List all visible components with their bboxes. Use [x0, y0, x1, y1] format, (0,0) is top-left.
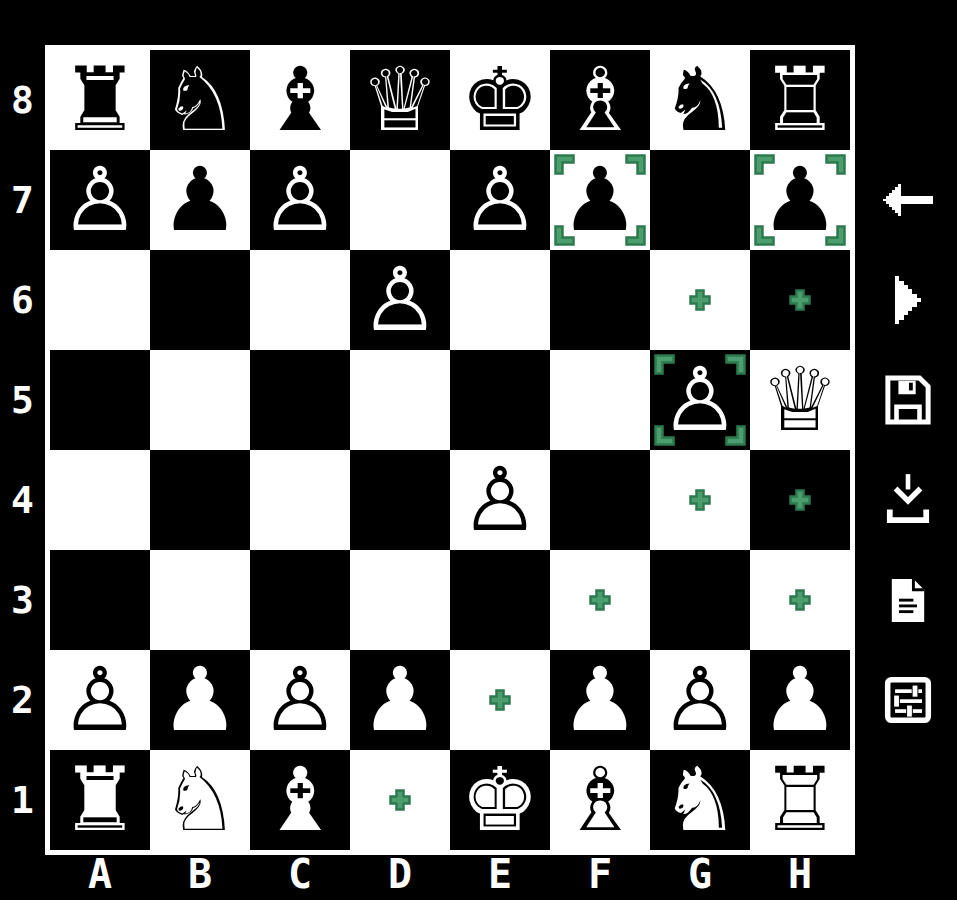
square-e6[interactable] — [450, 250, 550, 350]
square-h2[interactable]: ♟ — [750, 650, 850, 750]
square-a1[interactable]: ♜ — [50, 750, 150, 850]
square-c1[interactable]: ♝ — [250, 750, 350, 850]
white-pawn-b2[interactable]: ♟ — [150, 650, 250, 750]
square-d7[interactable] — [350, 150, 450, 250]
square-h5[interactable]: ♕ — [750, 350, 850, 450]
document-icon — [890, 577, 926, 624]
square-c6[interactable] — [250, 250, 350, 350]
square-b2[interactable]: ♟ — [150, 650, 250, 750]
square-d2[interactable]: ♟ — [350, 650, 450, 750]
white-bishop-c1[interactable]: ♝ — [250, 750, 350, 850]
black-bishop-c8[interactable]: ♝ — [250, 50, 350, 150]
settings-sliders-icon — [883, 676, 933, 724]
file-label-f: F — [550, 851, 650, 897]
square-b5[interactable] — [150, 350, 250, 450]
black-knight-b8[interactable]: ♘ — [150, 50, 250, 150]
square-e5[interactable] — [450, 350, 550, 450]
square-h4[interactable] — [750, 450, 850, 550]
black-rook-h8[interactable]: ♖ — [750, 50, 850, 150]
legal-move-marker — [688, 488, 712, 512]
square-f3[interactable] — [550, 550, 650, 650]
file-label-e: E — [450, 851, 550, 897]
black-pawn-f7[interactable]: ♟ — [550, 150, 650, 250]
square-c4[interactable] — [250, 450, 350, 550]
square-h7[interactable]: ♟ — [750, 150, 850, 250]
square-b7[interactable]: ♟ — [150, 150, 250, 250]
legal-move-marker — [788, 588, 812, 612]
square-g8[interactable]: ♞ — [650, 50, 750, 150]
square-a2[interactable]: ♙ — [50, 650, 150, 750]
file-label-g: G — [650, 851, 750, 897]
square-b6[interactable] — [150, 250, 250, 350]
black-bishop-f8[interactable]: ♗ — [550, 50, 650, 150]
file-labels: ABCDEFGH — [50, 851, 850, 897]
play-icon — [895, 276, 921, 324]
file-label-c: C — [250, 851, 350, 897]
square-e3[interactable] — [450, 550, 550, 650]
square-g6[interactable] — [650, 250, 750, 350]
white-pawn-h2[interactable]: ♟ — [750, 650, 850, 750]
square-a7[interactable]: ♙ — [50, 150, 150, 250]
settings-sliders-button[interactable] — [878, 650, 938, 750]
board-frame: ♜♘♝♕♚♗♞♖♙♟♙♙♟♟♙♙♕♙♙♟♙♟♟♙♟♜♘♝♚♗♞♖ — [45, 45, 855, 855]
chess-board: ♜♘♝♕♚♗♞♖♙♟♙♙♟♟♙♙♕♙♙♟♙♟♟♙♟♜♘♝♚♗♞♖ — [50, 50, 850, 850]
file-label-a: A — [50, 851, 150, 897]
square-b3[interactable] — [150, 550, 250, 650]
black-pawn-b7[interactable]: ♟ — [150, 150, 250, 250]
square-d4[interactable] — [350, 450, 450, 550]
chess-app: 87654321 ♜♘♝♕♚♗♞♖♙♟♙♙♟♟♙♙♕♙♙♟♙♟♟♙♟♜♘♝♚♗♞… — [0, 0, 957, 900]
black-rook-a8[interactable]: ♜ — [50, 50, 150, 150]
square-g5[interactable]: ♙ — [650, 350, 750, 450]
white-bishop-f1[interactable]: ♗ — [550, 750, 650, 850]
rank-label-7: 7 — [0, 150, 45, 250]
white-pawn-c2[interactable]: ♙ — [250, 650, 350, 750]
save-floppy-icon — [885, 375, 931, 425]
square-g4[interactable] — [650, 450, 750, 550]
black-pawn-g5[interactable]: ♙ — [650, 350, 750, 450]
black-king-e8[interactable]: ♚ — [450, 50, 550, 150]
square-f8[interactable]: ♗ — [550, 50, 650, 150]
black-pawn-e7[interactable]: ♙ — [450, 150, 550, 250]
rank-labels: 87654321 — [0, 50, 45, 850]
white-pawn-g2[interactable]: ♙ — [650, 650, 750, 750]
rank-label-3: 3 — [0, 550, 45, 650]
file-label-h: H — [750, 851, 850, 897]
square-f7[interactable]: ♟ — [550, 150, 650, 250]
white-king-e1[interactable]: ♚ — [450, 750, 550, 850]
square-c2[interactable]: ♙ — [250, 650, 350, 750]
square-h8[interactable]: ♖ — [750, 50, 850, 150]
black-queen-d8[interactable]: ♕ — [350, 50, 450, 150]
sidebar-toolbar — [878, 150, 938, 750]
download-button[interactable] — [878, 450, 938, 550]
square-h6[interactable] — [750, 250, 850, 350]
legal-move-marker — [388, 788, 412, 812]
square-f6[interactable] — [550, 250, 650, 350]
square-a4[interactable] — [50, 450, 150, 550]
legal-move-marker — [788, 288, 812, 312]
square-b4[interactable] — [150, 450, 250, 550]
square-d3[interactable] — [350, 550, 450, 650]
square-d6[interactable]: ♙ — [350, 250, 450, 350]
square-b1[interactable]: ♘ — [150, 750, 250, 850]
square-b8[interactable]: ♘ — [150, 50, 250, 150]
legal-move-marker — [588, 588, 612, 612]
rank-label-6: 6 — [0, 250, 45, 350]
square-c7[interactable]: ♙ — [250, 150, 350, 250]
square-c5[interactable] — [250, 350, 350, 450]
square-e1[interactable]: ♚ — [450, 750, 550, 850]
play-button[interactable] — [878, 250, 938, 350]
white-pawn-a2[interactable]: ♙ — [50, 650, 150, 750]
square-e8[interactable]: ♚ — [450, 50, 550, 150]
download-icon — [885, 474, 931, 526]
white-knight-b1[interactable]: ♘ — [150, 750, 250, 850]
square-f1[interactable]: ♗ — [550, 750, 650, 850]
rank-label-5: 5 — [0, 350, 45, 450]
square-e2[interactable] — [450, 650, 550, 750]
square-a5[interactable] — [50, 350, 150, 450]
square-a6[interactable] — [50, 250, 150, 350]
white-rook-h1[interactable]: ♖ — [750, 750, 850, 850]
white-knight-g1[interactable]: ♞ — [650, 750, 750, 850]
square-h3[interactable] — [750, 550, 850, 650]
square-e7[interactable]: ♙ — [450, 150, 550, 250]
white-queen-h5[interactable]: ♕ — [750, 350, 850, 450]
rank-label-8: 8 — [0, 50, 45, 150]
black-pawn-h7[interactable]: ♟ — [750, 150, 850, 250]
undo-arrow-button[interactable] — [878, 150, 938, 250]
undo-arrow-icon — [883, 184, 933, 216]
square-f2[interactable]: ♟ — [550, 650, 650, 750]
file-label-d: D — [350, 851, 450, 897]
square-c3[interactable] — [250, 550, 350, 650]
square-d1[interactable] — [350, 750, 450, 850]
square-f5[interactable] — [550, 350, 650, 450]
square-f4[interactable] — [550, 450, 650, 550]
white-rook-a1[interactable]: ♜ — [50, 750, 150, 850]
square-d5[interactable] — [350, 350, 450, 450]
black-pawn-d6[interactable]: ♙ — [350, 250, 450, 350]
square-g1[interactable]: ♞ — [650, 750, 750, 850]
rank-label-2: 2 — [0, 650, 45, 750]
square-c8[interactable]: ♝ — [250, 50, 350, 150]
legal-move-marker — [688, 288, 712, 312]
document-button[interactable] — [878, 550, 938, 650]
white-pawn-f2[interactable]: ♟ — [550, 650, 650, 750]
save-floppy-button[interactable] — [878, 350, 938, 450]
white-pawn-e4[interactable]: ♙ — [450, 450, 550, 550]
square-g2[interactable]: ♙ — [650, 650, 750, 750]
black-pawn-c7[interactable]: ♙ — [250, 150, 350, 250]
black-pawn-a7[interactable]: ♙ — [50, 150, 150, 250]
legal-move-marker — [788, 488, 812, 512]
square-a3[interactable] — [50, 550, 150, 650]
rank-label-4: 4 — [0, 450, 45, 550]
square-a8[interactable]: ♜ — [50, 50, 150, 150]
rank-label-1: 1 — [0, 750, 45, 850]
square-h1[interactable]: ♖ — [750, 750, 850, 850]
black-knight-g8[interactable]: ♞ — [650, 50, 750, 150]
square-g7[interactable] — [650, 150, 750, 250]
square-e4[interactable]: ♙ — [450, 450, 550, 550]
legal-move-marker — [488, 688, 512, 712]
square-d8[interactable]: ♕ — [350, 50, 450, 150]
square-g3[interactable] — [650, 550, 750, 650]
white-pawn-d2[interactable]: ♟ — [350, 650, 450, 750]
file-label-b: B — [150, 851, 250, 897]
